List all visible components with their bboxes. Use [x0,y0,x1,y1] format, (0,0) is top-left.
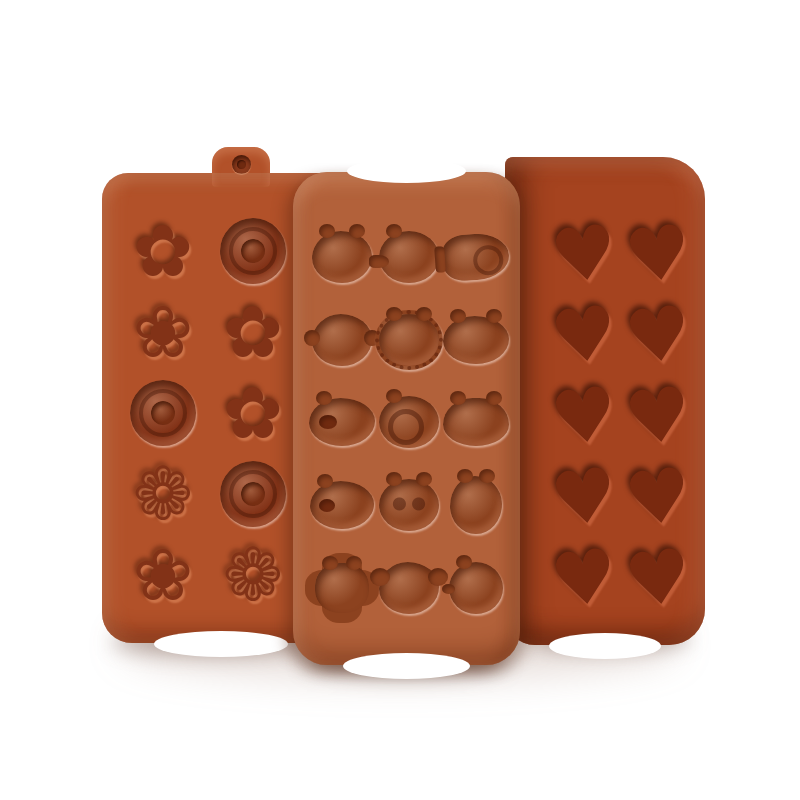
cavity-cow [443,299,509,382]
cavity-koala [375,546,443,629]
product-photo: ♥♥♥♥♥♥♥♥♥♥ ✿❀✿✿❁❀❁ [0,0,800,800]
cavity-heart: ♥ [547,457,621,538]
cavity-heart: ♥ [547,294,621,375]
rose-shape [220,461,286,527]
panda-shape [379,479,439,531]
monkey-shape [312,314,372,366]
hanging-hole [232,155,251,174]
cavity-rose [208,211,298,292]
mold-edge-curve [347,159,465,183]
cavity-panda [375,464,443,547]
cavity-heart: ♥ [621,213,695,294]
eight-petal-flower-shape: ❁ [133,458,193,530]
heart-shape: ♥ [621,294,696,376]
cavity-rose [208,453,298,534]
cow-shape [443,316,509,364]
mold-edge-curve [549,633,661,659]
cavity-heart: ♥ [621,375,695,456]
heart-mold-grid: ♥♥♥♥♥♥♥♥♥♥ [547,213,695,619]
cavity-chick [443,546,509,629]
bear-shape [450,476,502,534]
cavity-daisy: ✿ [118,211,208,292]
cavity-heart: ♥ [621,538,695,619]
hippo-shape [443,398,509,446]
cavity-heart: ♥ [547,213,621,294]
koala-shape [379,562,439,614]
mold-edge-curve [154,631,287,657]
cavity-heart: ♥ [621,457,695,538]
cavity-rocket [443,216,509,299]
lion-shape [375,310,443,370]
chrysanthemum-shape: ❀ [133,539,193,611]
hanging-tab [212,147,270,187]
eight-petal-flower-shape: ❁ [223,539,283,611]
cavity-heart: ♥ [621,294,695,375]
cavity-hippo [443,381,509,464]
cavity-heart: ♥ [547,375,621,456]
heart-shape: ♥ [547,375,622,457]
cavity-daisy: ✿ [208,292,298,373]
heart-shape: ♥ [547,456,622,538]
owl-shape [379,396,439,448]
cavity-bear [443,464,509,547]
daisy-shape: ✿ [223,377,283,449]
mold-edge-curve [343,653,470,679]
cavity-monkey [309,299,375,382]
cavity-chrysanthemum: ❀ [118,534,208,615]
turtle-shape [315,563,369,613]
cavity-dog [309,216,375,299]
cavity-pig [309,381,375,464]
heart-shape: ♥ [547,213,622,295]
pig-shape [309,398,375,446]
cavity-chrysanthemum: ❀ [118,292,208,373]
daisy-shape: ✿ [133,215,193,287]
heart-shape: ♥ [547,294,622,376]
heart-mold: ♥♥♥♥♥♥♥♥♥♥ [505,157,705,645]
rose-shape [220,218,286,284]
piglet-shape [310,481,374,529]
heart-shape: ♥ [621,213,696,295]
animal-mold-grid [309,216,506,629]
duck-shape [379,231,439,283]
chrysanthemum-shape: ❀ [133,296,193,368]
cavity-rose [118,373,208,454]
flower-mold-grid: ✿❀✿✿❁❀❁ [118,211,298,615]
cavity-daisy: ✿ [208,373,298,454]
dog-shape [312,231,372,283]
heart-shape: ♥ [621,456,696,538]
cavity-duck [375,216,443,299]
cavity-piglet [309,464,375,547]
heart-shape: ♥ [621,538,696,620]
heart-shape: ♥ [621,375,696,457]
rose-shape [130,380,196,446]
cavity-heart: ♥ [547,538,621,619]
cavity-turtle [309,546,375,629]
heart-shape: ♥ [547,538,622,620]
daisy-shape: ✿ [223,296,283,368]
cavity-eight-petal-flower: ❁ [208,534,298,615]
cavity-eight-petal-flower: ❁ [118,453,208,534]
rocket-shape [441,232,510,282]
animal-mold [293,172,520,665]
cavity-lion [375,299,443,382]
cavity-owl [375,381,443,464]
chick-shape [449,562,503,614]
